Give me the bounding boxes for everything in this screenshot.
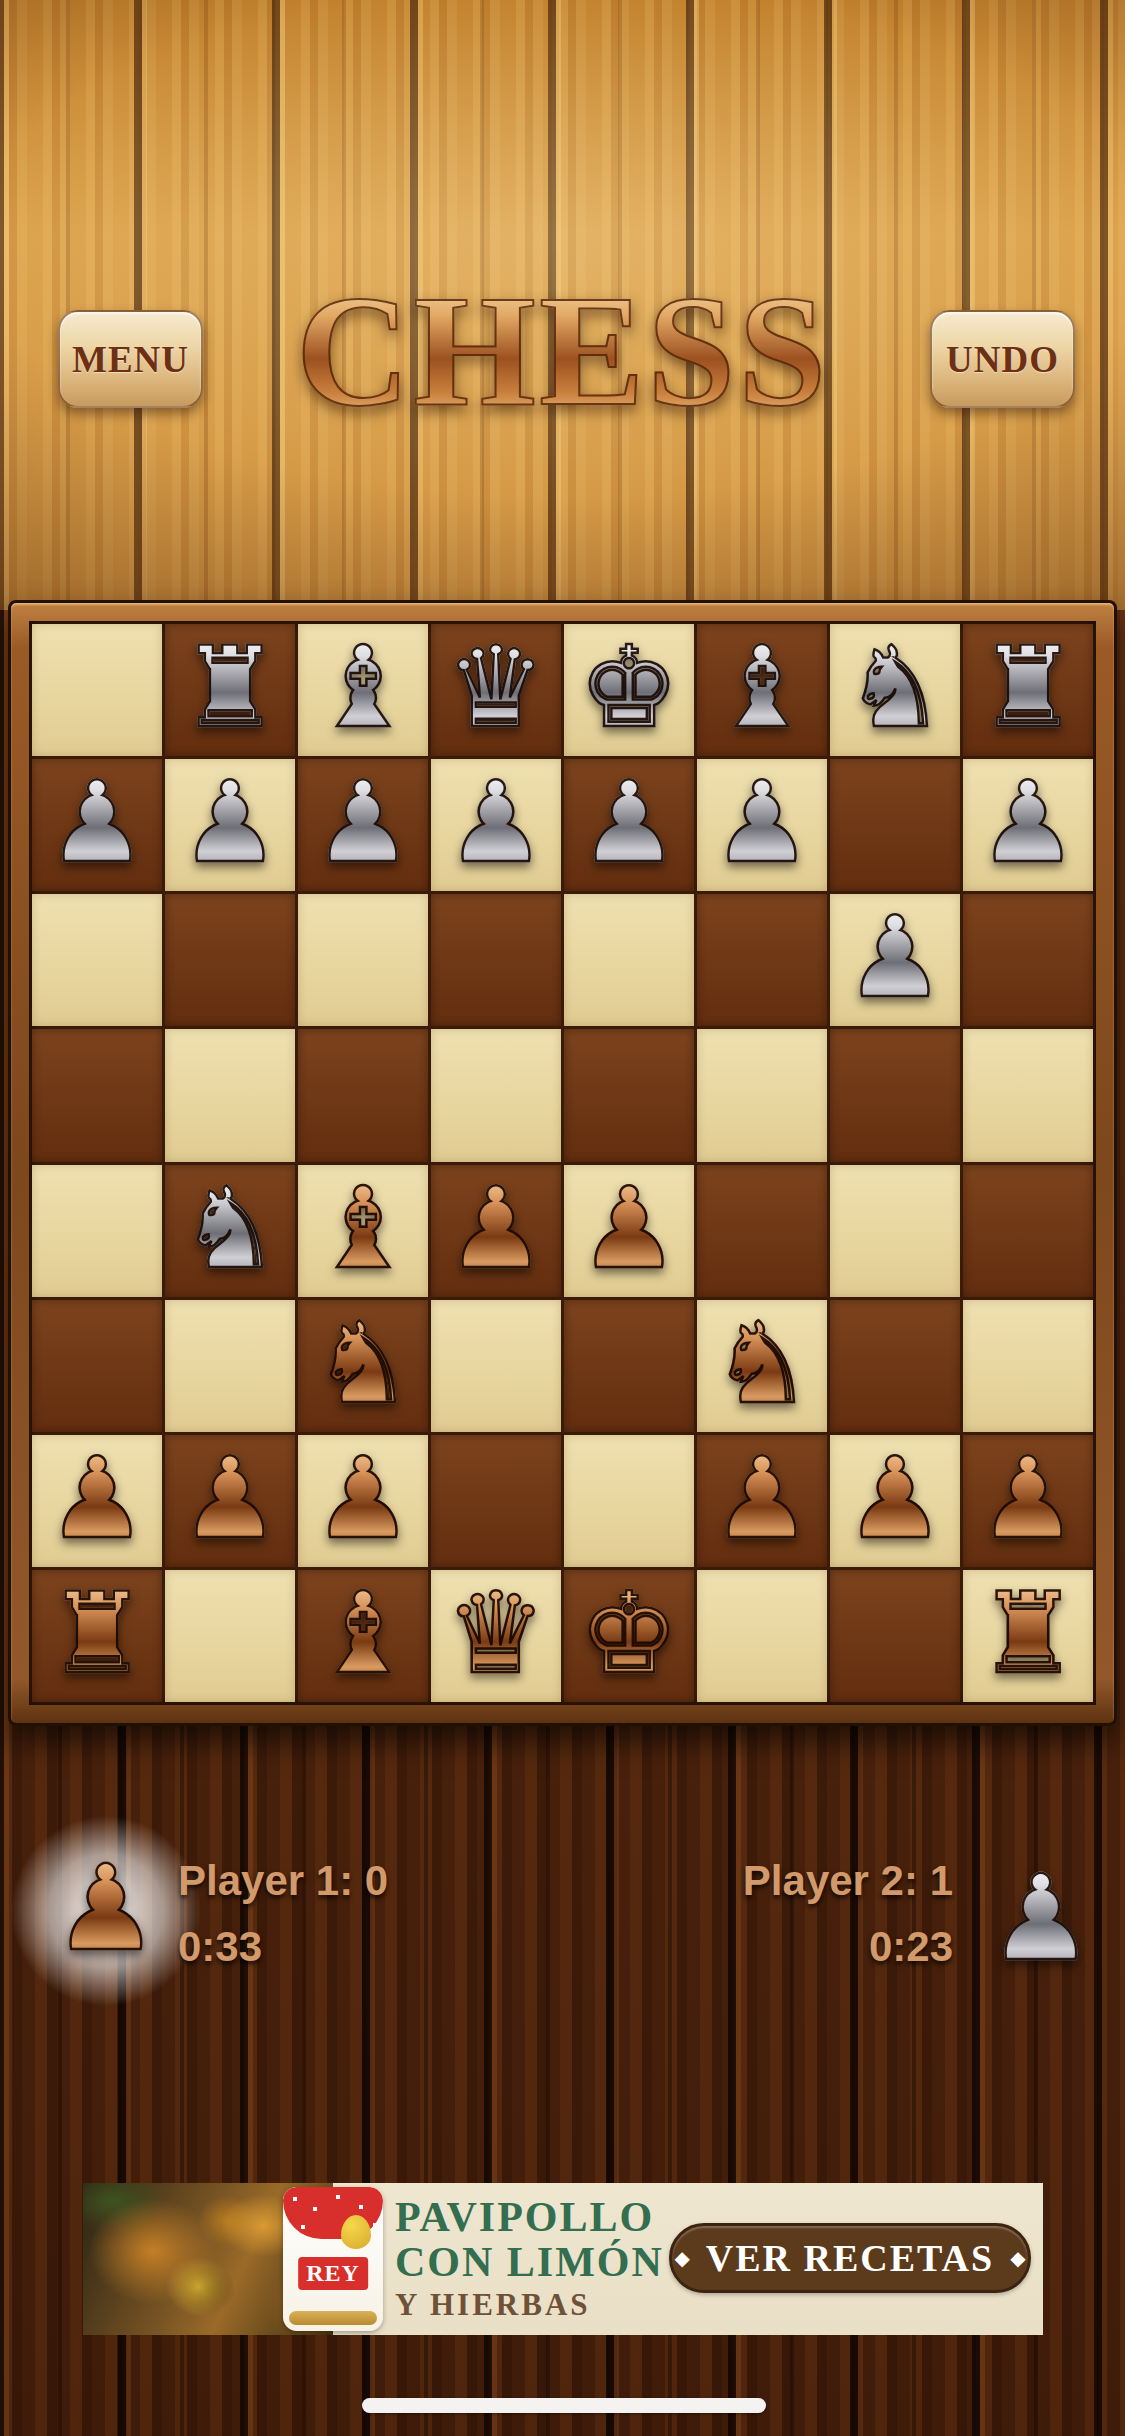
- square-d1[interactable]: ♛: [431, 1570, 561, 1702]
- square-c7[interactable]: ♟: [298, 759, 428, 891]
- piece-black-pawn: ♟: [845, 901, 945, 1013]
- square-a4[interactable]: [32, 1165, 162, 1297]
- chess-board: ♜♝♛♚♝♞♜♟♟♟♟♟♟♟♟♞♝♟♟♞♞♟♟♟♟♟♟♜♝♛♚♜: [29, 621, 1096, 1705]
- square-b1[interactable]: [165, 1570, 295, 1702]
- square-e4[interactable]: ♟: [564, 1165, 694, 1297]
- square-e3[interactable]: [564, 1300, 694, 1432]
- ad-cta-button[interactable]: ◆ VER RECETAS ◆: [669, 2223, 1031, 2293]
- square-h7[interactable]: ♟: [963, 759, 1093, 891]
- home-indicator[interactable]: [362, 2398, 766, 2413]
- piece-black-knight: ♞: [845, 631, 945, 743]
- square-f7[interactable]: ♟: [697, 759, 827, 891]
- piece-white-rook: ♜: [978, 1577, 1078, 1689]
- square-d7[interactable]: ♟: [431, 759, 561, 891]
- piece-white-pawn: ♟: [446, 1172, 546, 1284]
- square-h3[interactable]: [963, 1300, 1093, 1432]
- player2-clock: 0:23: [743, 1926, 953, 1968]
- square-b5[interactable]: [165, 1029, 295, 1161]
- square-b8[interactable]: ♜: [165, 624, 295, 756]
- square-f3[interactable]: ♞: [697, 1300, 827, 1432]
- piece-black-pawn: ♟: [978, 766, 1078, 878]
- square-h4[interactable]: [963, 1165, 1093, 1297]
- piece-black-knight: ♞: [180, 1172, 280, 1284]
- square-a2[interactable]: ♟: [32, 1435, 162, 1567]
- player2-pawn-icon: ♟: [975, 1855, 1107, 1987]
- piece-white-queen: ♛: [446, 1577, 546, 1689]
- piece-white-pawn: ♟: [313, 1442, 413, 1554]
- square-b7[interactable]: ♟: [165, 759, 295, 891]
- chess-board-frame: ♜♝♛♚♝♞♜♟♟♟♟♟♟♟♟♞♝♟♟♞♞♟♟♟♟♟♟♜♝♛♚♜: [8, 600, 1117, 1726]
- square-g4[interactable]: [830, 1165, 960, 1297]
- square-d3[interactable]: [431, 1300, 561, 1432]
- player1-clock: 0:33: [178, 1926, 388, 1968]
- square-h6[interactable]: [963, 894, 1093, 1026]
- square-e2[interactable]: [564, 1435, 694, 1567]
- square-f5[interactable]: [697, 1029, 827, 1161]
- piece-black-queen: ♛: [446, 631, 546, 743]
- square-g6[interactable]: ♟: [830, 894, 960, 1026]
- square-f6[interactable]: [697, 894, 827, 1026]
- piece-black-pawn: ♟: [180, 766, 280, 878]
- square-c4[interactable]: ♝: [298, 1165, 428, 1297]
- diamond-icon-right: ◆: [1010, 2248, 1025, 2268]
- square-g7[interactable]: [830, 759, 960, 891]
- square-b3[interactable]: [165, 1300, 295, 1432]
- ad-cta-label: VER RECETAS: [706, 2236, 994, 2280]
- square-b4[interactable]: ♞: [165, 1165, 295, 1297]
- logo-brand-text: REY: [298, 2257, 368, 2290]
- square-g8[interactable]: ♞: [830, 624, 960, 756]
- square-c2[interactable]: ♟: [298, 1435, 428, 1567]
- piece-white-knight: ♞: [313, 1307, 413, 1419]
- square-g5[interactable]: [830, 1029, 960, 1161]
- player1-score-label: Player 1: 0: [178, 1860, 388, 1902]
- square-h2[interactable]: ♟: [963, 1435, 1093, 1567]
- square-h8[interactable]: ♜: [963, 624, 1093, 756]
- diamond-icon-left: ◆: [674, 2248, 689, 2268]
- piece-black-pawn: ♟: [313, 766, 413, 878]
- black-pawn-icon: ♟: [988, 1859, 1094, 1977]
- piece-white-pawn: ♟: [47, 1442, 147, 1554]
- logo-gold-band: [289, 2311, 377, 2325]
- piece-white-pawn: ♟: [579, 1172, 679, 1284]
- logo-lemon: [341, 2215, 371, 2249]
- square-e7[interactable]: ♟: [564, 759, 694, 891]
- square-e8[interactable]: ♚: [564, 624, 694, 756]
- ad-headline-line1: PAVIPOLLO: [395, 2195, 664, 2240]
- undo-button[interactable]: UNDO: [930, 310, 1075, 408]
- square-a5[interactable]: [32, 1029, 162, 1161]
- piece-black-pawn: ♟: [446, 766, 546, 878]
- square-a1[interactable]: ♜: [32, 1570, 162, 1702]
- square-h5[interactable]: [963, 1029, 1093, 1161]
- piece-white-bishop: ♝: [313, 1172, 413, 1284]
- piece-black-king: ♚: [579, 631, 679, 743]
- square-g1[interactable]: [830, 1570, 960, 1702]
- piece-white-bishop: ♝: [313, 1577, 413, 1689]
- square-f1[interactable]: [697, 1570, 827, 1702]
- piece-black-pawn: ♟: [47, 766, 147, 878]
- square-g2[interactable]: ♟: [830, 1435, 960, 1567]
- square-a3[interactable]: [32, 1300, 162, 1432]
- ad-headline-line2: CON LIMÓN: [395, 2240, 664, 2285]
- piece-black-bishop: ♝: [313, 631, 413, 743]
- ad-headline: PAVIPOLLO CON LIMÓN Y HIERBAS: [395, 2195, 664, 2325]
- player2-info: Player 2: 1 0:23: [743, 1860, 953, 1968]
- square-g3[interactable]: [830, 1300, 960, 1432]
- piece-white-pawn: ♟: [180, 1442, 280, 1554]
- square-e6[interactable]: [564, 894, 694, 1026]
- square-a8[interactable]: [32, 624, 162, 756]
- piece-white-pawn: ♟: [712, 1442, 812, 1554]
- square-c8[interactable]: ♝: [298, 624, 428, 756]
- square-c1[interactable]: ♝: [298, 1570, 428, 1702]
- player2-score-label: Player 2: 1: [743, 1860, 953, 1902]
- square-h1[interactable]: ♜: [963, 1570, 1093, 1702]
- square-d5[interactable]: [431, 1029, 561, 1161]
- square-e5[interactable]: [564, 1029, 694, 1161]
- square-b6[interactable]: [165, 894, 295, 1026]
- piece-black-bishop: ♝: [712, 631, 812, 743]
- square-d6[interactable]: [431, 894, 561, 1026]
- square-f2[interactable]: ♟: [697, 1435, 827, 1567]
- piece-white-rook: ♜: [47, 1577, 147, 1689]
- square-e1[interactable]: ♚: [564, 1570, 694, 1702]
- square-c3[interactable]: ♞: [298, 1300, 428, 1432]
- piece-black-rook: ♜: [180, 631, 280, 743]
- piece-black-pawn: ♟: [712, 766, 812, 878]
- piece-black-pawn: ♟: [579, 766, 679, 878]
- square-b2[interactable]: ♟: [165, 1435, 295, 1567]
- ad-banner[interactable]: REY PAVIPOLLO CON LIMÓN Y HIERBAS ◆ VER …: [83, 2183, 1043, 2335]
- square-c6[interactable]: [298, 894, 428, 1026]
- piece-white-king: ♚: [579, 1577, 679, 1689]
- piece-white-pawn: ♟: [978, 1442, 1078, 1554]
- square-a7[interactable]: ♟: [32, 759, 162, 891]
- white-pawn-icon: ♟: [53, 1849, 159, 1967]
- ad-brand-logo: REY: [283, 2187, 383, 2331]
- square-f8[interactable]: ♝: [697, 624, 827, 756]
- square-c5[interactable]: [298, 1029, 428, 1161]
- square-a6[interactable]: [32, 894, 162, 1026]
- player1-info: Player 1: 0 0:33: [178, 1860, 388, 1968]
- piece-white-knight: ♞: [712, 1307, 812, 1419]
- square-d2[interactable]: [431, 1435, 561, 1567]
- piece-white-pawn: ♟: [845, 1442, 945, 1554]
- square-d4[interactable]: ♟: [431, 1165, 561, 1297]
- player1-pawn-icon: ♟: [40, 1845, 172, 1977]
- square-f4[interactable]: [697, 1165, 827, 1297]
- piece-black-rook: ♜: [978, 631, 1078, 743]
- ad-headline-line3: Y HIERBAS: [395, 2285, 664, 2325]
- square-d8[interactable]: ♛: [431, 624, 561, 756]
